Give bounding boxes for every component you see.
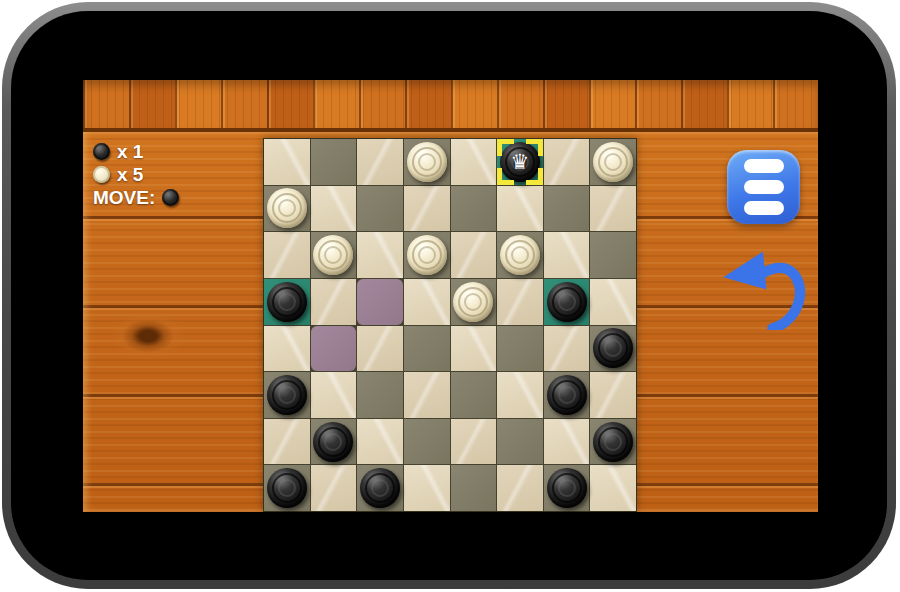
square-r8c6[interactable] (497, 465, 543, 511)
black-man[interactable] (547, 468, 587, 508)
menu-pills-icon (744, 159, 784, 173)
square-r8c3[interactable] (357, 465, 403, 511)
square-r3c8[interactable] (590, 232, 636, 278)
square-r8c2[interactable] (311, 465, 357, 511)
square-r8c4[interactable] (404, 465, 450, 511)
square-r8c8[interactable] (590, 465, 636, 511)
square-r6c3[interactable] (357, 372, 403, 418)
square-r7c1[interactable] (264, 419, 310, 465)
white-man[interactable] (407, 142, 447, 182)
square-r2c6[interactable] (497, 186, 543, 232)
game-screen: x 1 x 5 MOVE: ♛ (83, 80, 818, 512)
captured-black-count: x 1 (117, 141, 143, 163)
square-r2c2[interactable] (311, 186, 357, 232)
square-r1c3[interactable] (357, 139, 403, 185)
white-piece-icon (93, 166, 110, 183)
square-r7c6[interactable] (497, 419, 543, 465)
square-r7c8[interactable] (590, 419, 636, 465)
black-man[interactable] (313, 422, 353, 462)
square-r4c3[interactable] (357, 279, 403, 325)
square-r5c7[interactable] (544, 326, 590, 372)
square-r1c1[interactable] (264, 139, 310, 185)
black-man[interactable] (360, 468, 400, 508)
square-r6c6[interactable] (497, 372, 543, 418)
menu-pills-icon (744, 201, 784, 215)
black-piece-icon (93, 143, 110, 160)
square-r6c4[interactable] (404, 372, 450, 418)
menu-button[interactable] (727, 150, 800, 224)
square-r1c8[interactable] (590, 139, 636, 185)
square-r1c2[interactable] (311, 139, 357, 185)
square-r1c4[interactable] (404, 139, 450, 185)
square-r6c5[interactable] (451, 372, 497, 418)
square-r8c1[interactable] (264, 465, 310, 511)
square-r7c5[interactable] (451, 419, 497, 465)
square-r6c8[interactable] (590, 372, 636, 418)
square-r2c7[interactable] (544, 186, 590, 232)
square-r6c7[interactable] (544, 372, 590, 418)
square-r2c3[interactable] (357, 186, 403, 232)
captured-white-row: x 5 (93, 163, 179, 186)
white-man[interactable] (267, 188, 307, 228)
black-man[interactable] (593, 422, 633, 462)
square-r3c1[interactable] (264, 232, 310, 278)
white-man[interactable] (453, 282, 493, 322)
square-r5c6[interactable] (497, 326, 543, 372)
square-r7c4[interactable] (404, 419, 450, 465)
black-man[interactable] (547, 282, 587, 322)
square-r4c8[interactable] (590, 279, 636, 325)
square-r3c6[interactable] (497, 232, 543, 278)
black-king[interactable]: ♛ (500, 142, 540, 182)
square-r3c7[interactable] (544, 232, 590, 278)
square-r1c7[interactable] (544, 139, 590, 185)
square-r4c4[interactable] (404, 279, 450, 325)
square-r6c1[interactable] (264, 372, 310, 418)
square-r4c6[interactable] (497, 279, 543, 325)
square-r2c8[interactable] (590, 186, 636, 232)
square-r7c7[interactable] (544, 419, 590, 465)
undo-arrow-icon (715, 248, 811, 330)
square-r5c3[interactable] (357, 326, 403, 372)
black-man[interactable] (267, 375, 307, 415)
square-r5c4[interactable] (404, 326, 450, 372)
white-man[interactable] (313, 235, 353, 275)
square-r4c2[interactable] (311, 279, 357, 325)
wood-knot (111, 312, 185, 360)
square-r4c1[interactable] (264, 279, 310, 325)
black-man[interactable] (267, 282, 307, 322)
square-r5c2[interactable] (311, 326, 357, 372)
square-r1c6[interactable]: ♛ (497, 139, 543, 185)
square-r7c2[interactable] (311, 419, 357, 465)
square-r3c5[interactable] (451, 232, 497, 278)
square-r5c8[interactable] (590, 326, 636, 372)
move-label: MOVE: (93, 187, 155, 209)
capture-hud: x 1 x 5 MOVE: (93, 140, 179, 209)
square-r2c1[interactable] (264, 186, 310, 232)
black-man[interactable] (267, 468, 307, 508)
square-r6c2[interactable] (311, 372, 357, 418)
square-r5c5[interactable] (451, 326, 497, 372)
square-r3c3[interactable] (357, 232, 403, 278)
king-crown-icon: ♛ (500, 142, 540, 182)
square-r4c7[interactable] (544, 279, 590, 325)
square-r3c2[interactable] (311, 232, 357, 278)
square-r1c5[interactable] (451, 139, 497, 185)
captured-black-row: x 1 (93, 140, 179, 163)
square-r2c4[interactable] (404, 186, 450, 232)
square-r4c5[interactable] (451, 279, 497, 325)
black-man[interactable] (593, 328, 633, 368)
white-man[interactable] (407, 235, 447, 275)
white-man[interactable] (500, 235, 540, 275)
undo-button[interactable] (715, 248, 811, 330)
square-r7c3[interactable] (357, 419, 403, 465)
board: ♛ (263, 138, 637, 512)
white-man[interactable] (593, 142, 633, 182)
move-side-black-icon (162, 189, 179, 206)
wood-top-band (83, 80, 818, 132)
menu-pills-icon (744, 180, 784, 194)
black-man[interactable] (547, 375, 587, 415)
square-r8c7[interactable] (544, 465, 590, 511)
square-r3c4[interactable] (404, 232, 450, 278)
square-r2c5[interactable] (451, 186, 497, 232)
captured-white-count: x 5 (117, 164, 143, 186)
square-r8c5[interactable] (451, 465, 497, 511)
move-indicator-row: MOVE: (93, 186, 179, 209)
square-r5c1[interactable] (264, 326, 310, 372)
